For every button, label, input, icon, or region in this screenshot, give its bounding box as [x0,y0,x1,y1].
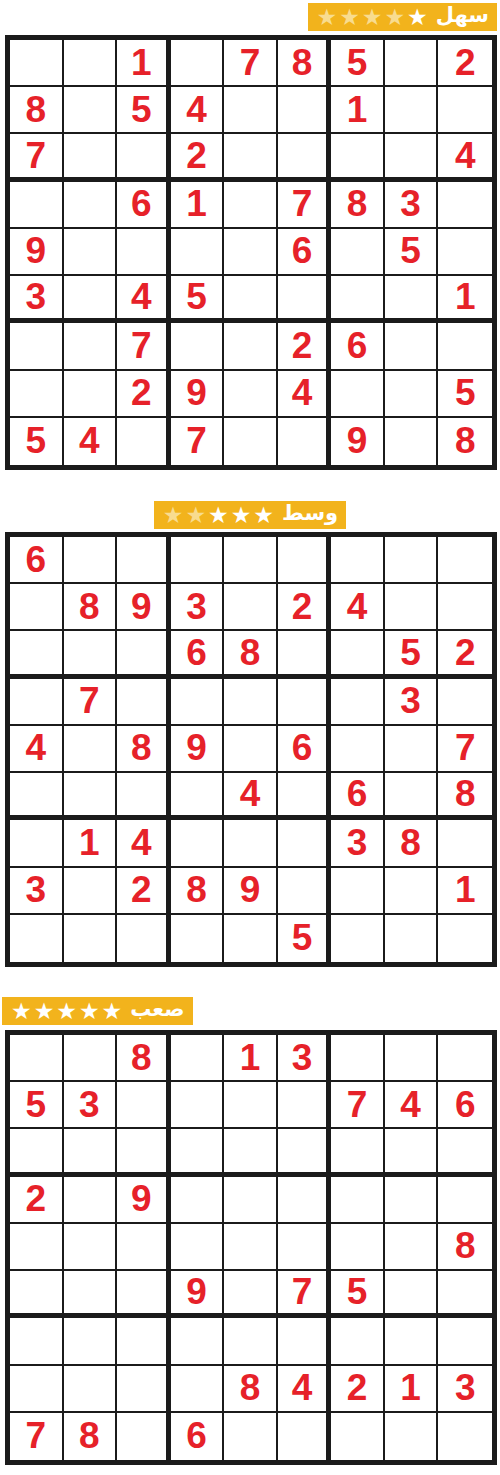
sudoku-cell-r6c2[interactable] [64,1271,118,1318]
star-filled-icon: ★ [407,6,428,29]
sudoku-grid-easy: 178528541724617839653451726294554798 [5,35,497,470]
sudoku-cell-r8c4[interactable]: 8 [171,868,225,915]
sudoku-cell-r2c5[interactable] [224,584,278,631]
sudoku-cell-r1c5[interactable] [224,537,278,584]
sudoku-cell-r1c4[interactable] [171,1035,225,1082]
sudoku-cell-r8c6[interactable]: 4 [278,371,332,418]
sudoku-cell-r3c7[interactable] [331,631,385,678]
sudoku-cell-r9c2[interactable] [64,915,118,962]
sudoku-cell-r5c4[interactable] [171,229,225,276]
sudoku-cell-r9c6[interactable]: 5 [278,915,332,962]
star-rating-hard: ★★★★★ [10,1000,123,1023]
sudoku-cell-r3c4[interactable] [171,1129,225,1176]
sudoku-cell-r9c8[interactable] [385,915,439,962]
sudoku-cell-r9c9[interactable] [438,915,492,962]
sudoku-cell-r8c1[interactable] [10,371,64,418]
sudoku-cell-r2c7[interactable]: 1 [331,87,385,134]
sudoku-cell-r1c9[interactable] [438,1035,492,1082]
sudoku-cell-r9c8[interactable] [385,1413,439,1460]
sudoku-cell-r8c1[interactable]: 3 [10,868,64,915]
sudoku-cell-r9c7[interactable]: 9 [331,418,385,465]
sudoku-cell-r6c5[interactable] [224,1271,278,1318]
sudoku-cell-r8c2[interactable] [64,1366,118,1413]
sudoku-cell-r8c4[interactable]: 9 [171,371,225,418]
sudoku-cell-r1c3[interactable]: 8 [117,1035,171,1082]
sudoku-cell-r8c6[interactable]: 4 [278,1366,332,1413]
sudoku-cell-r4c7[interactable]: 8 [331,182,385,229]
sudoku-cell-r1c6[interactable]: 3 [278,1035,332,1082]
sudoku-cell-r9c3[interactable] [117,1413,171,1460]
star-filled-icon: ★ [79,1000,100,1023]
sudoku-cell-r6c4[interactable] [171,773,225,820]
sudoku-cell-r4c7[interactable] [331,1177,385,1224]
sudoku-cell-r4c9[interactable] [438,1177,492,1224]
sudoku-cell-r4c8[interactable] [385,1177,439,1224]
sudoku-cell-r3c2[interactable] [64,134,118,181]
sudoku-cell-r4c1[interactable]: 2 [10,1177,64,1224]
sudoku-cell-r6c1[interactable] [10,773,64,820]
sudoku-cell-r5c6[interactable] [278,1224,332,1271]
sudoku-cell-r8c3[interactable]: 2 [117,371,171,418]
sudoku-cell-r3c9[interactable]: 2 [438,631,492,678]
sudoku-cell-r1c6[interactable]: 8 [278,40,332,87]
sudoku-cell-r1c1[interactable]: 6 [10,537,64,584]
sudoku-cell-r2c8[interactable] [385,584,439,631]
sudoku-cell-r8c9[interactable]: 5 [438,371,492,418]
sudoku-cell-r9c6[interactable] [278,1413,332,1460]
sudoku-cell-r5c9[interactable] [438,229,492,276]
sudoku-cell-r2c1[interactable] [10,584,64,631]
sudoku-cell-r2c4[interactable] [171,1082,225,1129]
sudoku-cell-r3c5[interactable] [224,134,278,181]
sudoku-cell-r4c6[interactable] [278,1177,332,1224]
star-faded-icon: ★ [163,504,184,527]
sudoku-cell-r3c6[interactable] [278,134,332,181]
sudoku-cell-r3c1[interactable] [10,631,64,678]
sudoku-cell-r6c1[interactable] [10,1271,64,1318]
sudoku-cell-r4c4[interactable] [171,679,225,726]
sudoku-cell-r8c7[interactable] [331,371,385,418]
sudoku-cell-r7c1[interactable] [10,323,64,370]
sudoku-cell-r7c6[interactable] [278,1318,332,1365]
sudoku-cell-r4c2[interactable] [64,182,118,229]
sudoku-cell-r4c7[interactable] [331,679,385,726]
sudoku-cell-r5c1[interactable] [10,1224,64,1271]
sudoku-cell-r1c7[interactable]: 5 [331,40,385,87]
sudoku-cell-r2c6[interactable] [278,87,332,134]
sudoku-cell-r5c1[interactable]: 9 [10,229,64,276]
star-faded-icon: ★ [185,504,206,527]
sudoku-cell-r9c5[interactable] [224,418,278,465]
sudoku-cell-r9c3[interactable] [117,915,171,962]
sudoku-cell-r5c8[interactable] [385,1224,439,1271]
sudoku-cell-r7c8[interactable] [385,1318,439,1365]
sudoku-cell-r2c3[interactable]: 9 [117,584,171,631]
sudoku-cell-r7c1[interactable] [10,1318,64,1365]
sudoku-cell-r8c1[interactable] [10,1366,64,1413]
sudoku-cell-r6c4[interactable]: 5 [171,276,225,323]
sudoku-cell-r8c7[interactable] [331,868,385,915]
sudoku-cell-r5c7[interactable] [331,229,385,276]
star-filled-icon: ★ [34,1000,55,1023]
sudoku-cell-r5c9[interactable]: 7 [438,726,492,773]
sudoku-cell-r3c7[interactable] [331,1129,385,1176]
sudoku-cell-r8c4[interactable] [171,1366,225,1413]
sudoku-cell-r9c2[interactable]: 4 [64,418,118,465]
difficulty-label-hard: صعب [130,999,184,1023]
sudoku-cell-r7c1[interactable] [10,820,64,867]
sudoku-cell-r7c3[interactable] [117,1318,171,1365]
sudoku-cell-r3c4[interactable]: 2 [171,134,225,181]
sudoku-cell-r3c9[interactable] [438,1129,492,1176]
sudoku-cell-r9c4[interactable]: 7 [171,418,225,465]
sudoku-cell-r2c2[interactable] [64,87,118,134]
sudoku-cell-r1c4[interactable] [171,40,225,87]
sudoku-cell-r6c6[interactable]: 7 [278,1271,332,1318]
sudoku-cell-r8c3[interactable]: 2 [117,868,171,915]
sudoku-cell-r2c9[interactable] [438,584,492,631]
sudoku-cell-r7c6[interactable]: 2 [278,323,332,370]
sudoku-cell-r8c3[interactable] [117,1366,171,1413]
sudoku-cell-r7c4[interactable] [171,1318,225,1365]
sudoku-cell-r2c6[interactable]: 2 [278,584,332,631]
sudoku-cell-r8c7[interactable]: 2 [331,1366,385,1413]
sudoku-cell-r7c4[interactable] [171,323,225,370]
sudoku-cell-r7c4[interactable] [171,820,225,867]
sudoku-cell-r2c1[interactable]: 5 [10,1082,64,1129]
star-faded-icon: ★ [339,6,360,29]
medium-banner-row: ★★★★★ وسط [0,501,500,529]
sudoku-cell-r5c5[interactable] [224,726,278,773]
sudoku-cell-r4c3[interactable]: 6 [117,182,171,229]
sudoku-cell-r6c3[interactable]: 4 [117,276,171,323]
sudoku-cell-r8c5[interactable]: 9 [224,868,278,915]
sudoku-cell-r8c2[interactable] [64,371,118,418]
sudoku-cell-r5c7[interactable] [331,1224,385,1271]
sudoku-cell-r2c4[interactable]: 4 [171,87,225,134]
difficulty-banner-medium: ★★★★★ وسط [154,501,346,529]
sudoku-cell-r1c2[interactable] [64,537,118,584]
sudoku-cell-r1c3[interactable] [117,537,171,584]
sudoku-cell-r3c8[interactable] [385,134,439,181]
sudoku-cell-r3c2[interactable] [64,631,118,678]
sudoku-cell-r9c5[interactable] [224,915,278,962]
sudoku-cell-r1c6[interactable] [278,537,332,584]
sudoku-cell-r4c1[interactable] [10,182,64,229]
sudoku-cell-r6c9[interactable]: 8 [438,773,492,820]
sudoku-cell-r2c7[interactable]: 7 [331,1082,385,1129]
sudoku-cell-r6c8[interactable] [385,773,439,820]
sudoku-cell-r9c5[interactable] [224,1413,278,1460]
sudoku-cell-r4c8[interactable]: 3 [385,679,439,726]
sudoku-cell-r3c8[interactable] [385,1129,439,1176]
sudoku-cell-r8c6[interactable] [278,868,332,915]
sudoku-cell-r4c3[interactable]: 9 [117,1177,171,1224]
difficulty-label-easy: سهل [436,5,489,29]
sudoku-cell-r7c2[interactable]: 1 [64,820,118,867]
sudoku-cell-r6c3[interactable] [117,1271,171,1318]
sudoku-cell-r8c9[interactable]: 1 [438,868,492,915]
sudoku-cell-r1c5[interactable]: 7 [224,40,278,87]
sudoku-cell-r9c3[interactable] [117,418,171,465]
sudoku-cell-r1c9[interactable]: 2 [438,40,492,87]
sudoku-cell-r5c9[interactable]: 8 [438,1224,492,1271]
sudoku-cell-r8c2[interactable] [64,868,118,915]
sudoku-cell-r6c2[interactable] [64,276,118,323]
sudoku-cell-r1c9[interactable] [438,537,492,584]
sudoku-cell-r4c6[interactable]: 7 [278,182,332,229]
sudoku-cell-r2c9[interactable] [438,87,492,134]
sudoku-cell-r6c3[interactable] [117,773,171,820]
sudoku-cell-r7c2[interactable] [64,323,118,370]
sudoku-cell-r3c8[interactable]: 5 [385,631,439,678]
sudoku-cell-r6c7[interactable]: 5 [331,1271,385,1318]
sudoku-cell-r4c4[interactable] [171,1177,225,1224]
sudoku-cell-r7c5[interactable] [224,820,278,867]
star-rating-easy: ★★★★★ [316,6,429,29]
sudoku-cell-r6c8[interactable] [385,276,439,323]
sudoku-cell-r2c8[interactable] [385,87,439,134]
sudoku-cell-r2c1[interactable]: 8 [10,87,64,134]
sudoku-cell-r1c7[interactable] [331,537,385,584]
sudoku-cell-r5c8[interactable]: 5 [385,229,439,276]
sudoku-cell-r9c4[interactable] [171,915,225,962]
sudoku-cell-r4c5[interactable] [224,182,278,229]
sudoku-cell-r8c5[interactable] [224,371,278,418]
sudoku-cell-r8c8[interactable] [385,371,439,418]
sudoku-cell-r5c1[interactable]: 4 [10,726,64,773]
sudoku-cell-r3c4[interactable]: 6 [171,631,225,678]
sudoku-cell-r5c2[interactable] [64,726,118,773]
sudoku-cell-r8c9[interactable]: 3 [438,1366,492,1413]
sudoku-cell-r2c3[interactable] [117,1082,171,1129]
sudoku-page: ★★★★★ سهل 178528541724617839653451726294… [0,0,500,1475]
sudoku-cell-r7c5[interactable] [224,323,278,370]
sudoku-cell-r9c9[interactable]: 8 [438,418,492,465]
sudoku-cell-r7c9[interactable] [438,323,492,370]
sudoku-cell-r5c2[interactable] [64,1224,118,1271]
star-filled-icon: ★ [11,1000,32,1023]
sudoku-cell-r5c6[interactable]: 6 [278,726,332,773]
sudoku-cell-r3c7[interactable] [331,134,385,181]
sudoku-cell-r9c2[interactable]: 8 [64,1413,118,1460]
star-rating-medium: ★★★★★ [162,504,275,527]
sudoku-cell-r5c4[interactable]: 9 [171,726,225,773]
sudoku-cell-r6c2[interactable] [64,773,118,820]
sudoku-cell-r6c1[interactable]: 3 [10,276,64,323]
sudoku-cell-r1c5[interactable]: 1 [224,1035,278,1082]
difficulty-label-medium: وسط [282,503,338,527]
sudoku-cell-r7c7[interactable]: 6 [331,323,385,370]
sudoku-cell-r6c9[interactable] [438,1271,492,1318]
sudoku-cell-r7c3[interactable]: 7 [117,323,171,370]
sudoku-cell-r5c2[interactable] [64,229,118,276]
sudoku-cell-r4c3[interactable] [117,679,171,726]
sudoku-cell-r6c7[interactable]: 6 [331,773,385,820]
sudoku-cell-r5c8[interactable] [385,726,439,773]
sudoku-cell-r9c1[interactable] [10,915,64,962]
sudoku-cell-r3c9[interactable]: 4 [438,134,492,181]
sudoku-cell-r5c6[interactable]: 6 [278,229,332,276]
sudoku-cell-r8c5[interactable]: 8 [224,1366,278,1413]
sudoku-cell-r9c9[interactable] [438,1413,492,1460]
sudoku-cell-r4c5[interactable] [224,679,278,726]
sudoku-cell-r3c3[interactable] [117,1129,171,1176]
sudoku-cell-r3c1[interactable]: 7 [10,134,64,181]
easy-banner-row: ★★★★★ سهل [0,3,500,31]
sudoku-cell-r5c3[interactable] [117,1224,171,1271]
sudoku-cell-r7c8[interactable] [385,323,439,370]
sudoku-cell-r9c6[interactable] [278,418,332,465]
sudoku-cell-r3c6[interactable] [278,1129,332,1176]
star-filled-icon: ★ [208,504,229,527]
sudoku-cell-r2c2[interactable]: 8 [64,584,118,631]
sudoku-cell-r1c7[interactable] [331,1035,385,1082]
sudoku-cell-r5c5[interactable] [224,229,278,276]
sudoku-cell-r1c4[interactable] [171,537,225,584]
sudoku-cell-r9c1[interactable]: 7 [10,1413,64,1460]
star-filled-icon: ★ [231,504,252,527]
sudoku-cell-r1c8[interactable] [385,537,439,584]
sudoku-cell-r2c2[interactable]: 3 [64,1082,118,1129]
sudoku-cell-r6c5[interactable] [224,276,278,323]
sudoku-cell-r5c3[interactable]: 8 [117,726,171,773]
sudoku-cell-r7c3[interactable]: 4 [117,820,171,867]
star-faded-icon: ★ [384,6,405,29]
sudoku-cell-r4c4[interactable]: 1 [171,182,225,229]
star-filled-icon: ★ [102,1000,123,1023]
sudoku-cell-r4c8[interactable]: 3 [385,182,439,229]
sudoku-cell-r2c6[interactable] [278,1082,332,1129]
hard-banner-row: ★★★★★ صعب [0,997,500,1025]
sudoku-cell-r3c6[interactable] [278,631,332,678]
sudoku-cell-r9c8[interactable] [385,418,439,465]
sudoku-cell-r7c6[interactable] [278,820,332,867]
sudoku-cell-r6c9[interactable]: 1 [438,276,492,323]
sudoku-cell-r1c1[interactable] [10,40,64,87]
sudoku-cell-r3c5[interactable]: 8 [224,631,278,678]
sudoku-cell-r4c2[interactable] [64,1177,118,1224]
sudoku-grid-medium: 689324685273489674681438328915 [5,532,497,967]
sudoku-cell-r6c8[interactable] [385,1271,439,1318]
sudoku-cell-r9c7[interactable] [331,915,385,962]
sudoku-cell-r2c5[interactable] [224,87,278,134]
sudoku-cell-r4c1[interactable] [10,679,64,726]
sudoku-cell-r9c7[interactable] [331,1413,385,1460]
sudoku-cell-r3c2[interactable] [64,1129,118,1176]
sudoku-cell-r2c7[interactable]: 4 [331,584,385,631]
sudoku-cell-r6c4[interactable]: 9 [171,1271,225,1318]
sudoku-cell-r9c4[interactable]: 6 [171,1413,225,1460]
sudoku-cell-r6c7[interactable] [331,276,385,323]
sudoku-cell-r5c4[interactable] [171,1224,225,1271]
star-faded-icon: ★ [317,6,338,29]
sudoku-cell-r7c8[interactable]: 8 [385,820,439,867]
sudoku-cell-r1c8[interactable] [385,40,439,87]
sudoku-cell-r7c9[interactable] [438,1318,492,1365]
sudoku-cell-r5c5[interactable] [224,1224,278,1271]
sudoku-cell-r8c8[interactable]: 1 [385,1366,439,1413]
sudoku-cell-r2c4[interactable]: 3 [171,584,225,631]
sudoku-cell-r2c5[interactable] [224,1082,278,1129]
sudoku-cell-r4c2[interactable]: 7 [64,679,118,726]
star-filled-icon: ★ [253,504,274,527]
star-filled-icon: ★ [56,1000,77,1023]
difficulty-banner-hard: ★★★★★ صعب [2,997,193,1025]
sudoku-cell-r7c7[interactable] [331,1318,385,1365]
star-faded-icon: ★ [362,6,383,29]
sudoku-cell-r3c1[interactable] [10,1129,64,1176]
sudoku-cell-r1c1[interactable] [10,1035,64,1082]
sudoku-cell-r4c6[interactable] [278,679,332,726]
sudoku-grid-hard: 8135374629897584213786 [5,1030,497,1465]
sudoku-cell-r2c9[interactable]: 6 [438,1082,492,1129]
sudoku-cell-r2c3[interactable]: 5 [117,87,171,134]
sudoku-cell-r5c3[interactable] [117,229,171,276]
sudoku-cell-r7c7[interactable]: 3 [331,820,385,867]
sudoku-cell-r7c5[interactable] [224,1318,278,1365]
difficulty-banner-easy: ★★★★★ سهل [308,3,497,31]
sudoku-cell-r4c9[interactable] [438,679,492,726]
sudoku-cell-r1c2[interactable] [64,40,118,87]
sudoku-cell-r1c3[interactable]: 1 [117,40,171,87]
sudoku-cell-r6c6[interactable] [278,773,332,820]
sudoku-cell-r7c9[interactable] [438,820,492,867]
sudoku-cell-r3c3[interactable] [117,134,171,181]
sudoku-cell-r3c3[interactable] [117,631,171,678]
sudoku-cell-r1c8[interactable] [385,1035,439,1082]
sudoku-cell-r6c5[interactable]: 4 [224,773,278,820]
sudoku-cell-r4c5[interactable] [224,1177,278,1224]
sudoku-cell-r5c7[interactable] [331,726,385,773]
sudoku-cell-r1c2[interactable] [64,1035,118,1082]
sudoku-cell-r3c5[interactable] [224,1129,278,1176]
sudoku-cell-r2c8[interactable]: 4 [385,1082,439,1129]
sudoku-cell-r6c6[interactable] [278,276,332,323]
sudoku-cell-r4c9[interactable] [438,182,492,229]
sudoku-cell-r7c2[interactable] [64,1318,118,1365]
sudoku-cell-r8c8[interactable] [385,868,439,915]
sudoku-cell-r9c1[interactable]: 5 [10,418,64,465]
